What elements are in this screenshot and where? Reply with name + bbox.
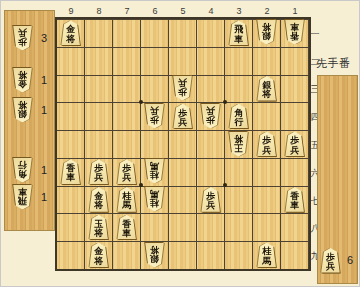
piece-15-sente[interactable]: 歩兵 <box>284 132 305 157</box>
sente-hand-tray: 歩兵6 <box>317 75 358 284</box>
piece-kanji: 将 <box>18 69 27 78</box>
piece-53-gote[interactable]: 歩兵 <box>172 76 193 101</box>
gote-hand-tray: 歩兵3金将1銀将1角行1飛車1 <box>4 10 55 231</box>
piece-hand-gote-3[interactable]: 角行 <box>12 158 33 183</box>
piece-77-sente[interactable]: 桂馬 <box>116 187 137 212</box>
file-label-8: 8 <box>85 6 113 16</box>
piece-kanji: 車 <box>290 201 299 210</box>
piece-kanji: 兵 <box>94 173 103 182</box>
piece-hand-gote-2[interactable]: 銀将 <box>12 98 33 123</box>
piece-kanji: 兵 <box>18 27 27 36</box>
file-label-2: 2 <box>253 6 281 16</box>
hoshi-dot <box>139 100 143 104</box>
hand-count: 1 <box>36 164 52 176</box>
piece-kanji: 歩 <box>206 114 215 123</box>
piece-29-sente[interactable]: 桂馬 <box>256 243 277 268</box>
piece-kanji: 将 <box>94 201 103 210</box>
piece-kanji: 馬 <box>262 257 271 266</box>
piece-88-sente[interactable]: 玉将 <box>88 215 109 240</box>
piece-91-sente[interactable]: 金将 <box>60 20 81 45</box>
hand-count: 1 <box>36 104 52 116</box>
piece-44-gote[interactable]: 歩兵 <box>200 104 221 129</box>
piece-kanji: 歩 <box>18 36 27 45</box>
piece-kanji: 金 <box>18 78 27 87</box>
piece-11-gote[interactable]: 香車 <box>284 20 305 45</box>
piece-87-sente[interactable]: 金将 <box>88 187 109 212</box>
piece-kanji: 桂 <box>150 197 159 206</box>
piece-kanji: 車 <box>66 173 75 182</box>
piece-34-sente[interactable]: 角行 <box>228 104 249 129</box>
piece-64-gote[interactable]: 歩兵 <box>144 104 165 129</box>
piece-kanji: 兵 <box>326 262 335 271</box>
piece-kanji: 兵 <box>178 77 187 86</box>
piece-hand-gote-1[interactable]: 金将 <box>12 68 33 93</box>
piece-67-gote[interactable]: 桂馬 <box>144 187 165 212</box>
piece-kanji: 香 <box>290 31 299 40</box>
piece-kanji: 将 <box>150 244 159 253</box>
hand-count: 3 <box>36 32 52 44</box>
hand-count: 1 <box>36 74 52 86</box>
piece-78-sente[interactable]: 香車 <box>116 215 137 240</box>
piece-66-gote[interactable]: 桂馬 <box>144 159 165 184</box>
hand-count: 1 <box>36 191 52 203</box>
piece-kanji: 行 <box>234 118 243 127</box>
piece-kanji: 車 <box>234 35 243 44</box>
piece-kanji: 兵 <box>262 146 271 155</box>
shogi-board[interactable]: 金将飛車銀将香車歩兵銀将歩兵歩兵歩兵角行王将歩兵歩兵香車歩兵歩兵桂馬金将桂馬桂馬… <box>55 17 311 271</box>
piece-96-sente[interactable]: 香車 <box>60 159 81 184</box>
piece-86-sente[interactable]: 歩兵 <box>88 159 109 184</box>
piece-kanji: 将 <box>18 99 27 108</box>
piece-kanji: 兵 <box>206 201 215 210</box>
file-label-9: 9 <box>57 6 85 16</box>
file-label-4: 4 <box>197 6 225 16</box>
file-label-6: 6 <box>141 6 169 16</box>
piece-kanji: 角 <box>18 168 27 177</box>
piece-76-sente[interactable]: 歩兵 <box>116 159 137 184</box>
piece-54-sente[interactable]: 歩兵 <box>172 104 193 129</box>
shogi-diagram: 歩兵3金将1銀将1角行1飛車1 金将飛車銀将香車歩兵銀将歩兵歩兵歩兵角行王将歩兵… <box>0 0 360 287</box>
piece-31-sente[interactable]: 飛車 <box>228 20 249 45</box>
piece-kanji: 馬 <box>150 188 159 197</box>
piece-17-sente[interactable]: 香車 <box>284 187 305 212</box>
piece-kanji: 馬 <box>150 160 159 169</box>
piece-kanji: 兵 <box>150 105 159 114</box>
piece-47-sente[interactable]: 歩兵 <box>200 187 221 212</box>
piece-69-gote[interactable]: 銀将 <box>144 243 165 268</box>
file-label-1: 1 <box>281 6 309 16</box>
piece-kanji: 銀 <box>262 31 271 40</box>
piece-kanji: 銀 <box>150 253 159 262</box>
piece-kanji: 歩 <box>178 86 187 95</box>
hoshi-dot <box>223 100 227 104</box>
piece-23-sente[interactable]: 銀将 <box>256 76 277 101</box>
piece-kanji: 将 <box>94 257 103 266</box>
piece-hand-gote-0[interactable]: 歩兵 <box>12 26 33 51</box>
piece-kanji: 将 <box>262 21 271 30</box>
piece-kanji: 車 <box>290 21 299 30</box>
piece-kanji: 桂 <box>150 170 159 179</box>
piece-kanji: 兵 <box>122 173 131 182</box>
piece-89-sente[interactable]: 金将 <box>88 243 109 268</box>
piece-hand-sente-0[interactable]: 歩兵 <box>320 248 341 273</box>
piece-21-gote[interactable]: 銀将 <box>256 20 277 45</box>
file-label-3: 3 <box>225 6 253 16</box>
piece-kanji: 歩 <box>150 114 159 123</box>
piece-kanji: 飛 <box>18 195 27 204</box>
turn-indicator: 先手番 <box>316 56 351 71</box>
piece-hand-gote-4[interactable]: 飛車 <box>12 185 33 210</box>
piece-kanji: 兵 <box>178 118 187 127</box>
piece-25-sente[interactable]: 歩兵 <box>256 132 277 157</box>
piece-kanji: 車 <box>122 229 131 238</box>
piece-kanji: 兵 <box>290 146 299 155</box>
file-label-5: 5 <box>169 6 197 16</box>
hoshi-dot <box>223 183 227 187</box>
piece-kanji: 兵 <box>206 105 215 114</box>
piece-kanji: 将 <box>66 35 75 44</box>
piece-kanji: 行 <box>18 159 27 168</box>
rank-label-1: 一 <box>309 28 321 41</box>
hand-count: 6 <box>342 254 358 266</box>
piece-kanji: 馬 <box>122 201 131 210</box>
piece-kanji: 将 <box>262 90 271 99</box>
piece-kanji: 車 <box>18 186 27 195</box>
piece-kanji: 将 <box>94 229 103 238</box>
piece-kanji: 銀 <box>18 108 27 117</box>
hoshi-dot <box>139 183 143 187</box>
piece-kanji: 将 <box>234 133 243 142</box>
file-label-7: 7 <box>113 6 141 16</box>
piece-35-gote[interactable]: 王将 <box>228 132 249 157</box>
